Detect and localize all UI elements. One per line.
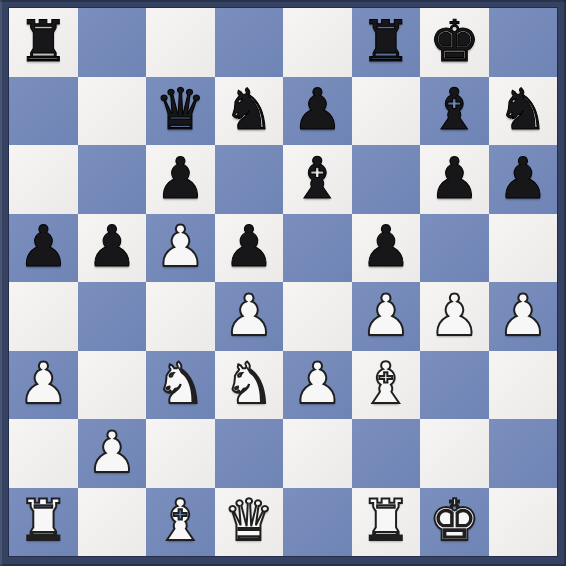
- square-f4[interactable]: ♟: [352, 282, 421, 351]
- black-rook: ♜: [18, 13, 69, 70]
- square-b7[interactable]: [78, 77, 147, 146]
- white-king: ♚: [429, 492, 480, 549]
- square-b3[interactable]: [78, 351, 147, 420]
- square-b2[interactable]: ♟: [78, 419, 147, 488]
- square-a6[interactable]: [9, 145, 78, 214]
- square-h5[interactable]: [489, 214, 558, 283]
- white-pawn: ♟: [292, 355, 343, 412]
- square-d8[interactable]: [215, 8, 284, 77]
- black-pawn: ♟: [360, 218, 411, 275]
- black-king: ♚: [429, 13, 480, 70]
- square-e3[interactable]: ♟: [283, 351, 352, 420]
- square-c2[interactable]: [146, 419, 215, 488]
- square-b6[interactable]: [78, 145, 147, 214]
- square-f7[interactable]: [352, 77, 421, 146]
- square-g5[interactable]: [420, 214, 489, 283]
- square-f2[interactable]: [352, 419, 421, 488]
- square-h7[interactable]: ♞: [489, 77, 558, 146]
- square-c8[interactable]: [146, 8, 215, 77]
- white-knight: ♞: [155, 355, 206, 412]
- white-bishop: ♝: [360, 355, 411, 412]
- square-d2[interactable]: [215, 419, 284, 488]
- white-pawn: ♟: [86, 424, 137, 481]
- square-d4[interactable]: ♟: [215, 282, 284, 351]
- square-e5[interactable]: [283, 214, 352, 283]
- square-b1[interactable]: [78, 488, 147, 557]
- square-a8[interactable]: ♜: [9, 8, 78, 77]
- black-queen: ♛: [155, 81, 206, 138]
- square-g2[interactable]: [420, 419, 489, 488]
- square-g8[interactable]: ♚: [420, 8, 489, 77]
- square-c1[interactable]: ♝: [146, 488, 215, 557]
- square-a5[interactable]: ♟: [9, 214, 78, 283]
- white-pawn: ♟: [155, 218, 206, 275]
- square-c4[interactable]: [146, 282, 215, 351]
- square-g7[interactable]: ♝: [420, 77, 489, 146]
- square-a1[interactable]: ♜: [9, 488, 78, 557]
- square-c6[interactable]: ♟: [146, 145, 215, 214]
- square-f5[interactable]: ♟: [352, 214, 421, 283]
- square-a7[interactable]: [9, 77, 78, 146]
- black-rook: ♜: [360, 13, 411, 70]
- square-h2[interactable]: [489, 419, 558, 488]
- square-g1[interactable]: ♚: [420, 488, 489, 557]
- square-a4[interactable]: [9, 282, 78, 351]
- square-e1[interactable]: [283, 488, 352, 557]
- white-pawn: ♟: [223, 287, 274, 344]
- square-e6[interactable]: ♝: [283, 145, 352, 214]
- square-a3[interactable]: ♟: [9, 351, 78, 420]
- black-knight: ♞: [497, 81, 548, 138]
- black-pawn: ♟: [223, 218, 274, 275]
- square-g6[interactable]: ♟: [420, 145, 489, 214]
- square-h3[interactable]: [489, 351, 558, 420]
- white-knight: ♞: [223, 355, 274, 412]
- square-e8[interactable]: [283, 8, 352, 77]
- square-c3[interactable]: ♞: [146, 351, 215, 420]
- black-pawn: ♟: [497, 150, 548, 207]
- white-rook: ♜: [18, 492, 69, 549]
- square-d3[interactable]: ♞: [215, 351, 284, 420]
- square-h1[interactable]: [489, 488, 558, 557]
- square-f6[interactable]: [352, 145, 421, 214]
- square-f1[interactable]: ♜: [352, 488, 421, 557]
- square-c5[interactable]: ♟: [146, 214, 215, 283]
- square-d1[interactable]: ♛: [215, 488, 284, 557]
- square-b5[interactable]: ♟: [78, 214, 147, 283]
- black-pawn: ♟: [292, 81, 343, 138]
- square-h4[interactable]: ♟: [489, 282, 558, 351]
- square-d5[interactable]: ♟: [215, 214, 284, 283]
- chess-board-frame: ♜♜♚♛♞♟♝♞♟♝♟♟♟♟♟♟♟♟♟♟♟♟♞♞♟♝♟♜♝♛♜♚: [0, 0, 566, 566]
- white-pawn: ♟: [18, 355, 69, 412]
- black-pawn: ♟: [86, 218, 137, 275]
- square-h6[interactable]: ♟: [489, 145, 558, 214]
- white-pawn: ♟: [429, 287, 480, 344]
- square-f3[interactable]: ♝: [352, 351, 421, 420]
- square-g3[interactable]: [420, 351, 489, 420]
- square-c7[interactable]: ♛: [146, 77, 215, 146]
- square-d6[interactable]: [215, 145, 284, 214]
- square-h8[interactable]: [489, 8, 558, 77]
- square-e4[interactable]: [283, 282, 352, 351]
- white-bishop: ♝: [155, 492, 206, 549]
- square-d7[interactable]: ♞: [215, 77, 284, 146]
- square-e7[interactable]: ♟: [283, 77, 352, 146]
- white-pawn: ♟: [360, 287, 411, 344]
- white-pawn: ♟: [497, 287, 548, 344]
- black-bishop: ♝: [429, 81, 480, 138]
- black-pawn: ♟: [155, 150, 206, 207]
- white-rook: ♜: [360, 492, 411, 549]
- chess-board: ♜♜♚♛♞♟♝♞♟♝♟♟♟♟♟♟♟♟♟♟♟♟♞♞♟♝♟♜♝♛♜♚: [9, 8, 557, 556]
- white-queen: ♛: [223, 492, 274, 549]
- black-pawn: ♟: [18, 218, 69, 275]
- square-b8[interactable]: [78, 8, 147, 77]
- square-b4[interactable]: [78, 282, 147, 351]
- square-f8[interactable]: ♜: [352, 8, 421, 77]
- square-a2[interactable]: [9, 419, 78, 488]
- black-knight: ♞: [223, 81, 274, 138]
- black-pawn: ♟: [429, 150, 480, 207]
- black-bishop: ♝: [292, 150, 343, 207]
- square-g4[interactable]: ♟: [420, 282, 489, 351]
- square-e2[interactable]: [283, 419, 352, 488]
